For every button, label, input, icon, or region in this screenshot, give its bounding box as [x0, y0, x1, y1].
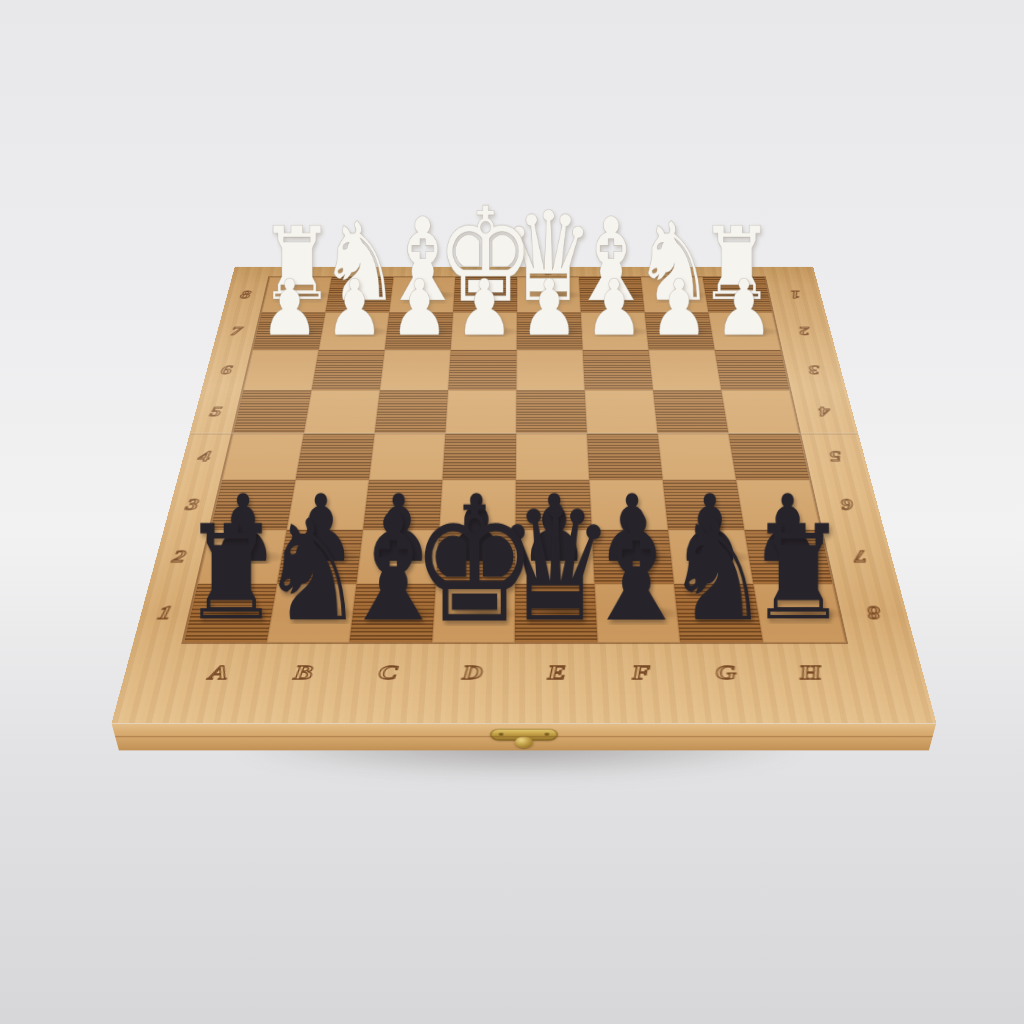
chess-board: ABCDEFGH1234567887654321HGFEDCBA ♜♞♝♚♛♝♞…	[112, 267, 937, 723]
square-h5	[721, 390, 799, 433]
far-file-label-e: E	[482, 269, 490, 276]
piece-shadow-c7	[399, 326, 456, 336]
piece-shadow-e7	[529, 326, 585, 336]
brass-clasp	[490, 729, 558, 741]
studio-backdrop: ABCDEFGH1234567887654321HGFEDCBA ♜♞♝♚♛♝♞…	[0, 0, 1024, 1024]
square-g5	[653, 390, 728, 433]
far-file-label-b: B	[667, 269, 676, 276]
rank-label-left-8: 8	[239, 289, 252, 300]
piece-shadow-g8	[654, 290, 710, 300]
far-file-label-g: G	[358, 269, 368, 276]
square-a5	[233, 390, 311, 433]
board-front-edge	[112, 723, 937, 750]
square-h6	[715, 350, 790, 390]
far-file-label-f: F	[421, 269, 430, 276]
piece-shadow-d7	[464, 326, 520, 336]
square-e6	[516, 350, 584, 390]
piece-shadow-f7	[594, 326, 651, 336]
square-f6	[583, 350, 653, 390]
square-g6	[649, 350, 722, 390]
square-a6	[243, 350, 318, 390]
far-file-label-d: D	[544, 269, 553, 276]
piece-shadow-d8	[466, 290, 520, 300]
square-f5	[585, 390, 658, 433]
far-file-label-c: C	[605, 269, 614, 276]
piece-shadow-h7	[723, 326, 781, 336]
piece-shadow-g7	[659, 326, 716, 336]
square-d5	[445, 390, 516, 433]
square-d6	[448, 350, 517, 390]
piece-shadow-f8	[592, 290, 647, 300]
square-c6	[380, 350, 451, 390]
square-b5	[304, 390, 380, 433]
square-c5	[375, 390, 449, 433]
square-e5	[516, 390, 587, 433]
clasp-knob	[515, 737, 533, 749]
piece-shadow-h8	[717, 290, 773, 300]
square-b6	[312, 350, 385, 390]
far-file-label-h: H	[296, 269, 307, 276]
far-file-label-a: A	[728, 269, 737, 276]
piece-shadow-e8	[529, 290, 583, 300]
board-scene: ABCDEFGH1234567887654321HGFEDCBA ♜♞♝♚♛♝♞…	[184, 111, 864, 799]
